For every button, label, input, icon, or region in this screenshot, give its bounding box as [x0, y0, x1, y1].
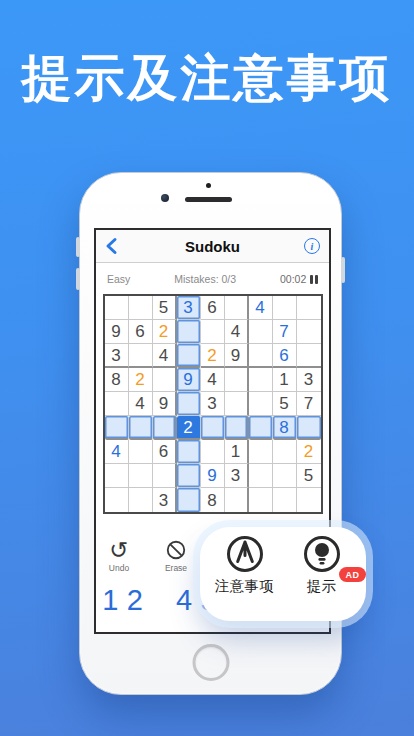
cell-r2c7[interactable] — [249, 320, 273, 344]
cell-r7c9[interactable]: 2 — [297, 440, 321, 464]
earpiece-speaker — [185, 197, 232, 202]
cell-r8c6[interactable]: 3 — [225, 464, 249, 488]
cell-r1c9[interactable] — [297, 296, 321, 320]
cell-r4c2[interactable]: 2 — [129, 368, 153, 392]
cell-r9c9[interactable] — [297, 488, 321, 512]
cell-r7c4[interactable] — [177, 440, 201, 464]
cell-r3c6[interactable]: 9 — [225, 344, 249, 368]
sensor-dot-icon — [206, 183, 211, 188]
cell-r8c5[interactable]: 9 — [201, 464, 225, 488]
cell-r8c2[interactable] — [129, 464, 153, 488]
numpad-1[interactable]: 1 — [98, 584, 123, 616]
home-button[interactable] — [192, 644, 229, 681]
promo-screenshot: 提示及注意事项 Sudoku i Easy Mistakes: 0/3 — [0, 0, 414, 736]
hint-label: 提示 — [307, 577, 337, 596]
numpad-2[interactable]: 2 — [123, 584, 148, 616]
cell-r9c2[interactable] — [129, 488, 153, 512]
cell-r2c8[interactable]: 7 — [273, 320, 297, 344]
cell-r4c8[interactable]: 1 — [273, 368, 297, 392]
cell-r6c2[interactable] — [129, 416, 153, 440]
power-button — [341, 257, 345, 283]
cell-r6c9[interactable] — [297, 416, 321, 440]
cell-r2c3[interactable]: 2 — [153, 320, 177, 344]
cell-r6c1[interactable] — [105, 416, 129, 440]
cell-r2c6[interactable]: 4 — [225, 320, 249, 344]
cell-r5c4[interactable] — [177, 392, 201, 416]
cell-r4c6[interactable] — [225, 368, 249, 392]
cell-r1c5[interactable]: 6 — [201, 296, 225, 320]
cell-r7c1[interactable]: 4 — [105, 440, 129, 464]
ad-badge: AD — [339, 567, 366, 582]
cell-r1c6[interactable] — [225, 296, 249, 320]
cell-r5c9[interactable]: 7 — [297, 392, 321, 416]
cell-r9c7[interactable] — [249, 488, 273, 512]
cell-r7c5[interactable] — [201, 440, 225, 464]
cell-r2c9[interactable] — [297, 320, 321, 344]
undo-icon: ↺ — [109, 539, 128, 561]
pencil-icon — [225, 534, 265, 574]
cell-r3c5[interactable]: 2 — [201, 344, 225, 368]
cell-r9c6[interactable] — [225, 488, 249, 512]
cell-r5c2[interactable]: 4 — [129, 392, 153, 416]
pause-button[interactable] — [310, 275, 318, 284]
cell-r7c8[interactable] — [273, 440, 297, 464]
front-camera-icon — [161, 194, 169, 202]
cell-r5c1[interactable] — [105, 392, 129, 416]
status-row: Easy Mistakes: 0/3 00:02 — [96, 273, 329, 285]
cell-r3c4[interactable] — [177, 344, 201, 368]
cell-r6c5[interactable] — [201, 416, 225, 440]
cell-r8c4[interactable] — [177, 464, 201, 488]
cell-r2c5[interactable] — [201, 320, 225, 344]
cell-r4c5[interactable]: 4 — [201, 368, 225, 392]
cell-r9c5[interactable]: 8 — [201, 488, 225, 512]
cell-r3c3[interactable]: 4 — [153, 344, 177, 368]
cell-r2c4[interactable] — [177, 320, 201, 344]
cell-r3c7[interactable] — [249, 344, 273, 368]
cell-r6c6[interactable] — [225, 416, 249, 440]
numpad-empty-slot — [147, 584, 172, 616]
promo-card: 注意事项 AD 提示 — [200, 527, 366, 621]
cell-r3c1[interactable]: 3 — [105, 344, 129, 368]
cell-r9c1[interactable] — [105, 488, 129, 512]
numpad-4[interactable]: 4 — [172, 584, 197, 616]
cell-r3c8[interactable]: 6 — [273, 344, 297, 368]
difficulty-label: Easy — [107, 273, 130, 285]
cell-r8c8[interactable] — [273, 464, 297, 488]
cell-r6c8[interactable]: 8 — [273, 416, 297, 440]
cell-r9c3[interactable]: 3 — [153, 488, 177, 512]
cell-r6c3[interactable] — [153, 416, 177, 440]
cell-r5c7[interactable] — [249, 392, 273, 416]
info-button[interactable]: i — [304, 238, 320, 254]
cell-r4c7[interactable] — [249, 368, 273, 392]
cell-r2c2[interactable]: 6 — [129, 320, 153, 344]
cell-r8c9[interactable]: 5 — [297, 464, 321, 488]
undo-label: Undo — [109, 563, 129, 573]
notes-button[interactable]: 注意事项 — [206, 534, 283, 621]
cell-r9c4[interactable] — [177, 488, 201, 512]
page-title: Sudoku — [185, 238, 240, 255]
back-button[interactable] — [104, 237, 122, 255]
cell-r3c2[interactable] — [129, 344, 153, 368]
cell-r5c3[interactable]: 9 — [153, 392, 177, 416]
timer: 00:02 — [280, 273, 306, 285]
cell-r9c8[interactable] — [273, 488, 297, 512]
erase-label: Erase — [165, 563, 187, 573]
cell-r6c7[interactable] — [249, 416, 273, 440]
cell-r7c2[interactable] — [129, 440, 153, 464]
hint-button[interactable]: AD 提示 — [283, 534, 360, 621]
chevron-left-icon — [104, 237, 120, 255]
mistakes-counter: Mistakes: 0/3 — [174, 273, 236, 285]
undo-button[interactable]: ↺ Undo — [97, 539, 141, 573]
lightbulb-icon — [302, 534, 342, 574]
cell-r8c7[interactable] — [249, 464, 273, 488]
notes-label: 注意事项 — [215, 577, 275, 596]
cell-r1c3[interactable]: 5 — [153, 296, 177, 320]
cell-r4c4[interactable]: 9 — [177, 368, 201, 392]
volume-up-button — [76, 237, 80, 257]
navbar: Sudoku i — [96, 230, 329, 263]
cell-r8c3[interactable] — [153, 464, 177, 488]
cell-r8c1[interactable] — [105, 464, 129, 488]
cell-r1c4[interactable]: 3 — [177, 296, 201, 320]
cell-r1c1[interactable] — [105, 296, 129, 320]
erase-icon — [165, 539, 187, 561]
volume-down-button — [76, 268, 80, 290]
cell-r5c6[interactable] — [225, 392, 249, 416]
cell-r1c2[interactable] — [129, 296, 153, 320]
hero-title: 提示及注意事项 — [0, 47, 414, 109]
cell-r2c1[interactable]: 9 — [105, 320, 129, 344]
cell-r7c3[interactable]: 6 — [153, 440, 177, 464]
cell-r5c5[interactable]: 3 — [201, 392, 225, 416]
sudoku-grid[interactable]: 536496247342968294134935728461293538 — [103, 294, 323, 514]
cell-r1c7[interactable]: 4 — [249, 296, 273, 320]
cell-r4c9[interactable]: 3 — [297, 368, 321, 392]
cell-r7c7[interactable] — [249, 440, 273, 464]
erase-button[interactable]: Erase — [154, 539, 198, 573]
cell-r4c1[interactable]: 8 — [105, 368, 129, 392]
cell-r4c3[interactable] — [153, 368, 177, 392]
cell-r1c8[interactable] — [273, 296, 297, 320]
cell-r5c8[interactable]: 5 — [273, 392, 297, 416]
cell-r3c9[interactable] — [297, 344, 321, 368]
cell-r7c6[interactable]: 1 — [225, 440, 249, 464]
cell-r6c4[interactable]: 2 — [177, 416, 201, 440]
